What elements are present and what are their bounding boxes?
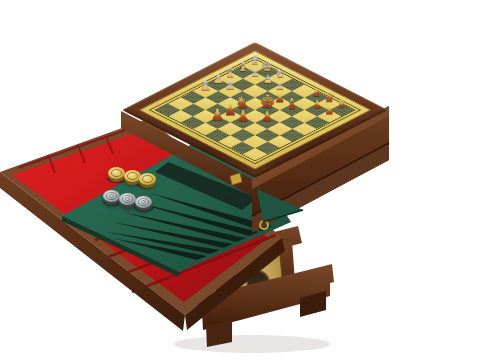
backgammon-checker-silver[interactable] bbox=[103, 190, 120, 202]
backgammon-checker-gold[interactable] bbox=[139, 173, 156, 185]
chess-piece-red-rook[interactable]: ♜ bbox=[337, 100, 347, 111]
chess-piece-silver-pawn[interactable]: ♟ bbox=[250, 69, 260, 80]
chess-piece-silver-pawn[interactable]: ♟ bbox=[263, 75, 273, 86]
chess-piece-silver-pawn[interactable]: ♟ bbox=[212, 73, 223, 86]
chess-piece-red-pawn[interactable]: ♟ bbox=[275, 93, 285, 105]
chess-piece-silver-pawn[interactable]: ♟ bbox=[199, 78, 211, 92]
chess-piece-red-bishop[interactable]: ♝ bbox=[286, 97, 299, 112]
chess-piece-red-pawn[interactable]: ♟ bbox=[211, 108, 225, 124]
chess-piece-red-pawn[interactable]: ♟ bbox=[236, 109, 249, 124]
checker-ring bbox=[109, 194, 114, 198]
chess-piece-silver-knight[interactable]: ♞ bbox=[275, 68, 285, 80]
chess-piece-silver-bishop[interactable]: ♝ bbox=[237, 60, 249, 73]
chess-piece-red-queen[interactable]: ♛ bbox=[323, 91, 335, 105]
chess-piece-silver-pawn[interactable]: ♟ bbox=[225, 79, 236, 92]
product-photo-multigame-table: ♜♚♞♟♛♜♝♟♟♟♟♟♝♟♝♟♟♚♟♞♟♟♟♟ bbox=[0, 0, 480, 360]
backgammon-checker-silver[interactable] bbox=[135, 196, 152, 208]
chess-piece-silver-king[interactable]: ♚ bbox=[261, 59, 274, 73]
checker-ring bbox=[127, 172, 138, 180]
chess-piece-red-pawn[interactable]: ♟ bbox=[312, 88, 321, 98]
ground-shadow bbox=[174, 335, 330, 353]
checker-ring bbox=[111, 169, 122, 177]
backgammon-checker-gold[interactable] bbox=[108, 167, 125, 179]
checker-ring bbox=[142, 175, 153, 183]
chess-piece-red-pawn[interactable]: ♟ bbox=[312, 100, 322, 111]
chess-piece-silver-rook[interactable]: ♜ bbox=[250, 56, 260, 67]
checker-ring bbox=[141, 200, 146, 204]
checker-ring bbox=[125, 197, 130, 201]
chess-piece-red-pawn[interactable]: ♟ bbox=[224, 103, 237, 118]
chess-piece-red-pawn[interactable]: ♟ bbox=[324, 106, 334, 117]
chess-piece-red-pawn[interactable]: ♟ bbox=[261, 110, 273, 124]
backgammon-checker-silver[interactable] bbox=[119, 193, 136, 205]
